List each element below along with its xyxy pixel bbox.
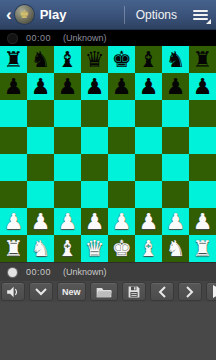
white-king-icon: ♚ xyxy=(112,235,132,262)
square-f4[interactable] xyxy=(135,154,162,181)
app-icon[interactable]: ♚ xyxy=(15,5,34,24)
white-pawn-icon: ♟ xyxy=(166,208,186,235)
square-a5[interactable] xyxy=(0,127,27,154)
chevron-down-icon xyxy=(35,288,47,296)
black-pawn-icon: ♟ xyxy=(31,73,51,100)
square-h5[interactable] xyxy=(189,127,216,154)
square-d1[interactable]: ♛ xyxy=(81,235,108,262)
square-f5[interactable] xyxy=(135,127,162,154)
black-queen-icon: ♛ xyxy=(85,46,105,73)
square-d2[interactable]: ♟ xyxy=(81,208,108,235)
square-h2[interactable]: ♟ xyxy=(189,208,216,235)
black-pawn-icon: ♟ xyxy=(139,73,159,100)
square-d4[interactable] xyxy=(81,154,108,181)
square-a2[interactable]: ♟ xyxy=(0,208,27,235)
square-a1[interactable]: ♜ xyxy=(0,235,27,262)
white-bishop-icon: ♝ xyxy=(139,235,159,262)
white-pawn-icon: ♟ xyxy=(112,208,132,235)
square-e3[interactable] xyxy=(108,181,135,208)
play-button[interactable] xyxy=(206,282,216,301)
action-bar: ‹ ♚ Play Options xyxy=(0,0,216,30)
page-title: Play xyxy=(40,7,67,22)
back-move-button[interactable] xyxy=(150,282,174,301)
folder-icon xyxy=(96,286,112,298)
square-g8[interactable]: ♞ xyxy=(162,46,189,73)
square-h1[interactable]: ♜ xyxy=(189,235,216,262)
play-icon xyxy=(212,285,216,298)
square-a8[interactable]: ♜ xyxy=(0,46,27,73)
square-b5[interactable] xyxy=(27,127,54,154)
square-g6[interactable] xyxy=(162,100,189,127)
black-pawn-icon: ♟ xyxy=(85,73,105,100)
square-f6[interactable] xyxy=(135,100,162,127)
square-c5[interactable] xyxy=(54,127,81,154)
square-h7[interactable]: ♟ xyxy=(189,73,216,100)
square-a7[interactable]: ♟ xyxy=(0,73,27,100)
white-pawn-icon: ♟ xyxy=(31,208,51,235)
square-f7[interactable]: ♟ xyxy=(135,73,162,100)
square-a3[interactable] xyxy=(0,181,27,208)
square-c8[interactable]: ♝ xyxy=(54,46,81,73)
square-e7[interactable]: ♟ xyxy=(108,73,135,100)
white-player-clock: 00:00 xyxy=(26,267,51,277)
square-f2[interactable]: ♟ xyxy=(135,208,162,235)
black-pawn-icon: ♟ xyxy=(58,73,78,100)
black-bishop-icon: ♝ xyxy=(58,46,78,73)
square-h3[interactable] xyxy=(189,181,216,208)
player-info-bottom: 00:00 (Unknown) xyxy=(0,262,216,281)
square-d7[interactable]: ♟ xyxy=(81,73,108,100)
square-h6[interactable] xyxy=(189,100,216,127)
square-c4[interactable] xyxy=(54,154,81,181)
square-c6[interactable] xyxy=(54,100,81,127)
square-c3[interactable] xyxy=(54,181,81,208)
square-e8[interactable]: ♚ xyxy=(108,46,135,73)
square-c7[interactable]: ♟ xyxy=(54,73,81,100)
white-pawn-icon: ♟ xyxy=(58,208,78,235)
square-g2[interactable]: ♟ xyxy=(162,208,189,235)
square-b6[interactable] xyxy=(27,100,54,127)
chess-board: ♜♞♝♛♚♝♞♜♟♟♟♟♟♟♟♟♟♟♟♟♟♟♟♟♜♞♝♛♚♝♞♜ xyxy=(0,46,216,262)
black-player-clock: 00:00 xyxy=(26,33,51,43)
black-bishop-icon: ♝ xyxy=(139,46,159,73)
square-h8[interactable]: ♜ xyxy=(189,46,216,73)
new-button[interactable]: New xyxy=(57,282,86,301)
white-rook-icon: ♜ xyxy=(193,235,213,262)
square-b8[interactable]: ♞ xyxy=(27,46,54,73)
white-player-dot-icon xyxy=(8,268,17,277)
square-b4[interactable] xyxy=(27,154,54,181)
chevron-left-icon xyxy=(158,286,166,298)
white-rook-icon: ♜ xyxy=(4,235,24,262)
black-rook-icon: ♜ xyxy=(193,46,213,73)
new-button-label: New xyxy=(58,287,85,297)
white-pawn-icon: ♟ xyxy=(139,208,159,235)
open-button[interactable] xyxy=(90,282,118,301)
square-g5[interactable] xyxy=(162,127,189,154)
square-d8[interactable]: ♛ xyxy=(81,46,108,73)
square-g3[interactable] xyxy=(162,181,189,208)
square-e1[interactable]: ♚ xyxy=(108,235,135,262)
square-e4[interactable] xyxy=(108,154,135,181)
forward-move-button[interactable] xyxy=(178,282,202,301)
square-a6[interactable] xyxy=(0,100,27,127)
square-b1[interactable]: ♞ xyxy=(27,235,54,262)
divider xyxy=(124,6,125,24)
square-a4[interactable] xyxy=(0,154,27,181)
black-pawn-icon: ♟ xyxy=(166,73,186,100)
white-player-name: (Unknown) xyxy=(63,267,107,277)
square-d6[interactable] xyxy=(81,100,108,127)
square-e5[interactable] xyxy=(108,127,135,154)
black-knight-icon: ♞ xyxy=(31,46,51,73)
collapse-button[interactable] xyxy=(29,282,53,301)
square-h4[interactable] xyxy=(189,154,216,181)
square-g4[interactable] xyxy=(162,154,189,181)
square-g7[interactable]: ♟ xyxy=(162,73,189,100)
square-d5[interactable] xyxy=(81,127,108,154)
black-pawn-icon: ♟ xyxy=(112,73,132,100)
square-g1[interactable]: ♞ xyxy=(162,235,189,262)
white-pawn-icon: ♟ xyxy=(193,208,213,235)
black-rook-icon: ♜ xyxy=(4,46,24,73)
speaker-icon xyxy=(6,286,20,298)
square-f1[interactable]: ♝ xyxy=(135,235,162,262)
white-bishop-icon: ♝ xyxy=(58,235,78,262)
game-toolbar: New xyxy=(0,281,216,302)
square-c1[interactable]: ♝ xyxy=(54,235,81,262)
empty-area xyxy=(0,302,216,360)
back-icon[interactable]: ‹ xyxy=(6,0,12,30)
square-b3[interactable] xyxy=(27,181,54,208)
white-queen-icon: ♛ xyxy=(85,235,105,262)
square-f3[interactable] xyxy=(135,181,162,208)
square-d3[interactable] xyxy=(81,181,108,208)
options-button[interactable]: Options xyxy=(134,4,179,26)
square-b7[interactable]: ♟ xyxy=(27,73,54,100)
floppy-icon xyxy=(128,286,140,298)
player-info-top: 00:00 (Unknown) xyxy=(0,30,216,46)
white-pawn-icon: ♟ xyxy=(4,208,24,235)
save-button[interactable] xyxy=(122,282,146,301)
square-b2[interactable]: ♟ xyxy=(27,208,54,235)
square-c2[interactable]: ♟ xyxy=(54,208,81,235)
volume-button[interactable] xyxy=(1,282,25,301)
black-pawn-icon: ♟ xyxy=(193,73,213,100)
chevron-right-icon xyxy=(186,286,194,298)
square-e6[interactable] xyxy=(108,100,135,127)
white-knight-icon: ♞ xyxy=(31,235,51,262)
black-player-name: (Unknown) xyxy=(63,33,107,43)
square-e2[interactable]: ♟ xyxy=(108,208,135,235)
black-pawn-icon: ♟ xyxy=(4,73,24,100)
white-knight-icon: ♞ xyxy=(166,235,186,262)
black-player-dot-icon xyxy=(8,34,17,43)
black-king-icon: ♚ xyxy=(112,46,132,73)
square-f8[interactable]: ♝ xyxy=(135,46,162,73)
overflow-menu-icon[interactable] xyxy=(193,8,208,22)
white-pawn-icon: ♟ xyxy=(85,208,105,235)
black-knight-icon: ♞ xyxy=(166,46,186,73)
